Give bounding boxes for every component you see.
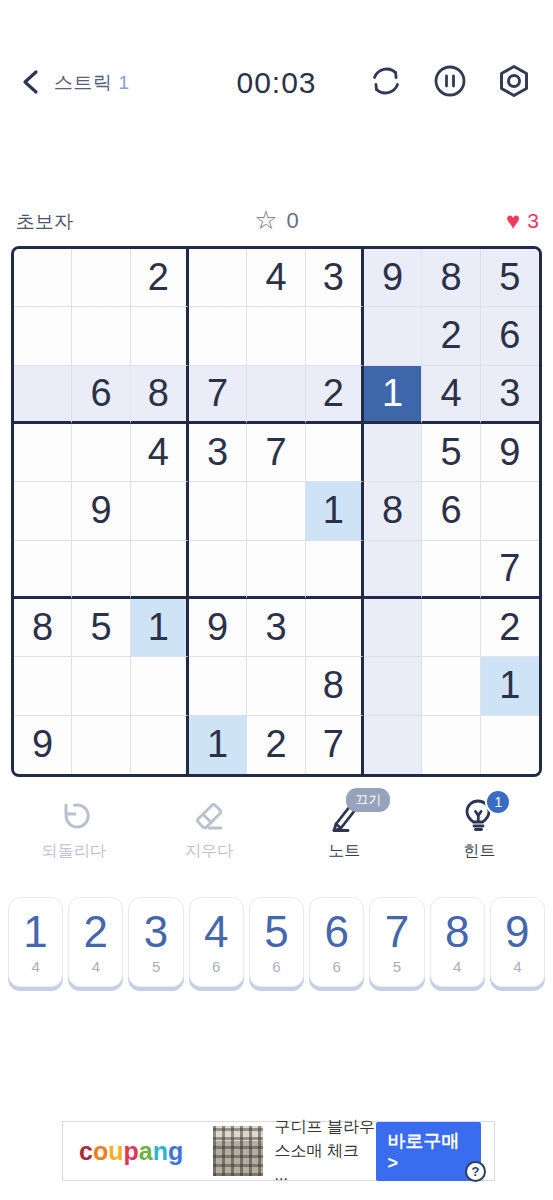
back-button[interactable] [14,66,48,102]
numpad-remaining-count: 4 [513,958,521,975]
cell-r8c2[interactable] [72,657,130,715]
cell-r5c8[interactable]: 6 [422,482,480,540]
numpad-digit: 2 [84,910,108,954]
cell-r6c4[interactable] [189,541,247,599]
coupang-logo-letter: c [79,1137,93,1165]
lightbulb-icon: 1 [459,797,499,837]
settings-button[interactable] [495,64,533,102]
cell-r4c8[interactable]: 5 [422,424,480,482]
numpad-digit: 6 [324,910,348,954]
cell-r7c5[interactable]: 3 [247,599,305,657]
ad-banner[interactable]: coupang 구디프 블라우 스소매 체크 ... 바로구매> ? [62,1121,495,1181]
cell-r9c2[interactable] [72,716,130,774]
ad-text-line1: 구디프 블라우 [275,1115,376,1139]
cell-r7c1[interactable]: 8 [14,599,72,657]
undo-label: 되돌리다 [42,841,106,862]
cell-r7c2[interactable]: 5 [72,599,130,657]
cell-r8c9[interactable]: 1 [481,657,539,715]
cell-r2c3[interactable] [131,307,189,365]
numpad-digit: 1 [23,910,47,954]
cell-r4c2[interactable] [72,424,130,482]
pencil-icon: 끄기 [324,797,364,837]
cell-r5c2[interactable]: 9 [72,482,130,540]
cell-r6c1[interactable] [14,541,72,599]
restart-button[interactable] [367,64,405,102]
note-button[interactable]: 끄기 노트 [277,793,412,877]
cell-r2c5[interactable] [247,307,305,365]
coupang-logo-letter: n [153,1137,168,1165]
coupang-logo: coupang [79,1137,183,1166]
cell-r9c3[interactable] [131,716,189,774]
cell-r8c4[interactable] [189,657,247,715]
note-label: 노트 [328,841,360,862]
eraser-icon [189,797,229,837]
cell-r2c6[interactable] [306,307,364,365]
cell-r9c6[interactable]: 7 [306,716,364,774]
numpad-digit: 8 [445,910,469,954]
cell-r1c1[interactable] [14,249,72,307]
cell-r9c1[interactable]: 9 [14,716,72,774]
cell-r6c5[interactable] [247,541,305,599]
cell-r4c6[interactable] [306,424,364,482]
cell-r6c8[interactable] [422,541,480,599]
tool-bar: 되돌리다 지우다 끄기 노트 [6,793,547,877]
cell-r4c3[interactable]: 4 [131,424,189,482]
coupang-logo-letter: p [123,1137,138,1165]
cell-r1c9[interactable]: 5 [481,249,539,307]
hint-label: 힌트 [463,841,495,862]
coupang-logo-letter: g [168,1137,183,1165]
cell-r3c1[interactable] [14,366,72,424]
cell-r1c7[interactable]: 9 [364,249,422,307]
numpad-button-6[interactable]: 66 [309,897,364,987]
star-icon: ☆ [254,205,277,235]
numpad-button-5[interactable]: 56 [249,897,304,987]
cell-r6c2[interactable] [72,541,130,599]
cell-r5c9[interactable] [481,482,539,540]
cell-r4c9[interactable]: 9 [481,424,539,482]
numpad-button-1[interactable]: 14 [8,897,63,987]
cell-r3c5[interactable] [247,366,305,424]
cell-r2c9[interactable]: 6 [481,307,539,365]
coupang-logo-letter: u [108,1137,123,1165]
numpad-digit: 3 [144,910,168,954]
ad-text-line2: 스소매 체크 ... [275,1139,376,1187]
info-row: 초보자 ☆0 ♥3 [0,203,553,239]
numpad-digit: 7 [385,910,409,954]
cell-r5c3[interactable] [131,482,189,540]
pause-button[interactable] [431,64,469,102]
numpad-button-3[interactable]: 35 [128,897,183,987]
streak-number: 1 [119,72,130,93]
pause-icon [432,63,468,103]
cell-r3c7[interactable]: 1 [364,366,422,424]
coupang-logo-letter: o [93,1137,108,1165]
star-count: 0 [287,208,299,233]
cell-r6c7[interactable] [364,541,422,599]
top-bar: 스트릭1 00:03 [0,58,553,110]
undo-icon [54,797,94,837]
numpad-digit: 4 [204,910,228,954]
hint-button[interactable]: 1 힌트 [412,793,547,877]
cell-r7c6[interactable] [306,599,364,657]
page-title: 스트릭1 [54,70,130,96]
streak-label: 스트릭 [54,72,113,93]
coupang-logo-letter: a [139,1137,153,1165]
cell-r5c5[interactable] [247,482,305,540]
cell-r6c9[interactable]: 7 [481,541,539,599]
restart-icon [368,63,404,103]
cell-r9c9[interactable] [481,716,539,774]
cell-r2c1[interactable] [14,307,72,365]
numpad-digit: 9 [505,910,529,954]
cell-r1c6[interactable]: 3 [306,249,364,307]
numpad-remaining-count: 4 [92,958,100,975]
cell-r4c1[interactable] [14,424,72,482]
numpad-remaining-count: 4 [453,958,461,975]
numpad-button-9[interactable]: 94 [490,897,545,987]
cell-r4c7[interactable] [364,424,422,482]
sudoku-board: 2439852668721434375991867851932819127 [11,246,542,777]
ad-product-text: 구디프 블라우 스소매 체크 ... [275,1115,376,1187]
cell-r1c8[interactable]: 8 [422,249,480,307]
numpad-remaining-count: 6 [272,958,280,975]
cell-r5c6[interactable]: 1 [306,482,364,540]
cell-r2c8[interactable]: 2 [422,307,480,365]
cell-r2c4[interactable] [189,307,247,365]
cell-r1c2[interactable] [72,249,130,307]
hint-count-badge: 1 [485,789,511,815]
cell-r3c6[interactable]: 2 [306,366,364,424]
cell-r9c8[interactable] [422,716,480,774]
cell-r3c4[interactable]: 7 [189,366,247,424]
cell-r3c2[interactable]: 6 [72,366,130,424]
ad-info-icon[interactable]: ? [465,1161,486,1182]
cell-r1c3[interactable]: 2 [131,249,189,307]
cell-r8c8[interactable] [422,657,480,715]
cell-r4c5[interactable]: 7 [247,424,305,482]
cell-r7c3[interactable]: 1 [131,599,189,657]
cell-r7c4[interactable]: 9 [189,599,247,657]
numpad-remaining-count: 6 [212,958,220,975]
numpad-remaining-count: 5 [393,958,401,975]
cell-r5c1[interactable] [14,482,72,540]
cell-r1c5[interactable]: 4 [247,249,305,307]
cell-r9c5[interactable]: 2 [247,716,305,774]
cell-r1c4[interactable] [189,249,247,307]
star-score: ☆0 [0,205,553,236]
number-pad: 142435465666758494 [8,897,545,993]
numpad-button-8[interactable]: 84 [430,897,485,987]
erase-button[interactable]: 지우다 [141,793,276,877]
heart-icon: ♥ [506,207,520,234]
lives-indicator: ♥3 [506,207,539,235]
numpad-button-7[interactable]: 75 [369,897,424,987]
cell-r5c4[interactable] [189,482,247,540]
cell-r7c8[interactable] [422,599,480,657]
numpad-button-2[interactable]: 24 [68,897,123,987]
cell-r9c4[interactable]: 1 [189,716,247,774]
ad-product-image [213,1126,262,1176]
cell-r2c7[interactable] [364,307,422,365]
cell-r8c7[interactable] [364,657,422,715]
cell-r6c6[interactable] [306,541,364,599]
cell-r4c4[interactable]: 3 [189,424,247,482]
numpad-remaining-count: 6 [333,958,341,975]
cell-r8c5[interactable] [247,657,305,715]
undo-button[interactable]: 되돌리다 [6,793,141,877]
cell-r3c3[interactable]: 8 [131,366,189,424]
heart-count: 3 [527,209,539,232]
cell-r7c7[interactable] [364,599,422,657]
numpad-button-4[interactable]: 46 [189,897,244,987]
cell-r6c3[interactable] [131,541,189,599]
back-chevron-icon [20,68,42,100]
numpad-digit: 5 [264,910,288,954]
numpad-remaining-count: 5 [152,958,160,975]
cell-r8c3[interactable] [131,657,189,715]
cell-r2c2[interactable] [72,307,130,365]
cell-r8c1[interactable] [14,657,72,715]
erase-label: 지우다 [185,841,233,862]
cell-r8c6[interactable]: 8 [306,657,364,715]
note-toggle-badge: 끄기 [346,788,390,812]
cell-r7c9[interactable]: 2 [481,599,539,657]
cell-r5c7[interactable]: 8 [364,482,422,540]
settings-icon [496,63,532,103]
cell-r9c7[interactable] [364,716,422,774]
cell-r3c9[interactable]: 3 [481,366,539,424]
cell-r3c8[interactable]: 4 [422,366,480,424]
numpad-remaining-count: 4 [31,958,39,975]
